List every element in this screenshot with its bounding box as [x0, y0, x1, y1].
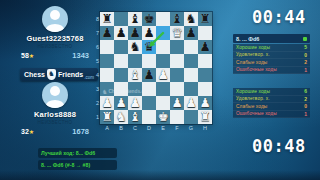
- rank-label: 3: [92, 82, 99, 96]
- player-subtitle-bottom: НЕИЗВЕСТНО: [16, 120, 94, 125]
- stat-row-good-moves: Хорошие ходы6: [233, 88, 310, 96]
- white-knight-b1: ♞: [114, 110, 128, 124]
- white-pawn-a2: ♟: [100, 96, 114, 110]
- black-knight-c6: ♞: [128, 40, 142, 54]
- rank-label: 6: [92, 40, 99, 54]
- square-b6[interactable]: [114, 40, 128, 54]
- file-label: G: [184, 125, 198, 131]
- stat-row-weak-moves: Слабые ходы2: [233, 59, 310, 67]
- square-d2[interactable]: [142, 96, 156, 110]
- stat-row-ok-moves: Удовлетвор. х.2: [233, 96, 310, 104]
- black-queen-d6: ♛: [142, 40, 156, 54]
- square-c3[interactable]: [128, 82, 142, 96]
- black-rook-a8: ♜: [100, 12, 114, 26]
- square-d6[interactable]: ♛: [142, 40, 156, 54]
- square-b5[interactable]: [114, 54, 128, 68]
- square-f8[interactable]: ♝: [170, 12, 184, 26]
- square-g1[interactable]: [184, 110, 198, 124]
- file-label: A: [100, 125, 114, 131]
- square-h5[interactable]: [198, 54, 212, 68]
- square-h8[interactable]: ♜: [198, 12, 212, 26]
- white-king-e1: ♚: [156, 110, 170, 124]
- square-h4[interactable]: [198, 68, 212, 82]
- black-knight-g8: ♞: [184, 12, 198, 26]
- move-analysis-panel-top: 8. ... Фd6 Хорошие ходы5 Удовлетвор. х.0…: [233, 34, 310, 74]
- white-pawn-c2: ♟: [128, 96, 142, 110]
- square-f6[interactable]: [170, 40, 184, 54]
- logo-text-chess: Chess: [24, 71, 45, 78]
- square-b4[interactable]: [114, 68, 128, 82]
- square-h2[interactable]: ♟: [198, 96, 212, 110]
- stat-row-bad-moves: Ошибочные ходы1: [233, 67, 310, 75]
- player-medals-top: 58★: [21, 52, 34, 59]
- square-e1[interactable]: ♚: [156, 110, 170, 124]
- square-g5[interactable]: [184, 54, 198, 68]
- player-stats-bottom: 32★ 1678: [16, 127, 94, 136]
- square-c7[interactable]: ♟: [128, 26, 142, 40]
- square-d4[interactable]: ♟: [142, 68, 156, 82]
- clock-bottom: 00:48: [252, 136, 314, 156]
- square-b2[interactable]: ♟: [114, 96, 128, 110]
- file-label: F: [170, 125, 184, 131]
- player-card-bottom[interactable]: Karlos8888 НЕИЗВЕСТНО 32★ 1678: [16, 82, 94, 136]
- clock-top: 00:44: [252, 7, 314, 27]
- square-a3[interactable]: [100, 82, 114, 96]
- square-g6[interactable]: [184, 40, 198, 54]
- last-move-header: 8. ... Фd6: [233, 34, 310, 43]
- white-queen-f7: ♛: [170, 26, 184, 40]
- avatar-icon: [42, 6, 68, 32]
- square-a5[interactable]: [100, 54, 114, 68]
- square-e6[interactable]: [156, 40, 170, 54]
- square-c1[interactable]: ♝: [128, 110, 142, 124]
- white-bishop-c1: ♝: [128, 110, 142, 124]
- square-a2[interactable]: ♟: [100, 96, 114, 110]
- stat-row-weak-moves: Слабые ходы0: [233, 103, 310, 111]
- player-rating-bottom: 1678: [72, 127, 89, 136]
- black-pawn-d7: ♟: [142, 26, 156, 40]
- stat-row-ok-moves: Удовлетвор. х.0: [233, 52, 310, 60]
- player-card-top[interactable]: Guest32235768 НЕИЗВЕСТНО 58★ 1343: [16, 6, 94, 60]
- player-subtitle-top: НЕИЗВЕСТНО: [16, 44, 94, 49]
- square-f7[interactable]: ♛: [170, 26, 184, 40]
- square-h6[interactable]: ♟: [198, 40, 212, 54]
- square-d3[interactable]: [142, 82, 156, 96]
- white-bishop-c4: ♝: [128, 68, 142, 82]
- square-e3[interactable]: [156, 82, 170, 96]
- black-pawn-g7: ♟: [184, 26, 198, 40]
- white-pawn-h2: ♟: [198, 96, 212, 110]
- white-rook-h1: ♜: [198, 110, 212, 124]
- square-d8[interactable]: ♚: [142, 12, 156, 26]
- game-screen: Guest32235768 НЕИЗВЕСТНО 58★ 1343 Chess …: [0, 0, 320, 180]
- rank-label: 8: [92, 12, 99, 26]
- square-b3[interactable]: [114, 82, 128, 96]
- file-label: C: [128, 125, 142, 131]
- square-d5[interactable]: [142, 54, 156, 68]
- square-a6[interactable]: [100, 40, 114, 54]
- white-pawn-g2: ♟: [184, 96, 198, 110]
- rank-label: 7: [92, 26, 99, 40]
- square-d1[interactable]: [142, 110, 156, 124]
- file-label: H: [198, 125, 212, 131]
- black-king-d8: ♚: [142, 12, 156, 26]
- rank-labels: 87654321: [92, 12, 99, 124]
- file-labels: ABCDEFGH: [100, 125, 212, 131]
- square-b1[interactable]: ♞: [114, 110, 128, 124]
- rank-label: 4: [92, 68, 99, 82]
- square-f1[interactable]: [170, 110, 184, 124]
- star-icon: ★: [29, 128, 34, 135]
- white-pawn-e4: ♟: [156, 68, 170, 82]
- logo-text-friends: Friends: [58, 71, 83, 78]
- square-a7[interactable]: ♟: [100, 26, 114, 40]
- player-medals-bottom: 32★: [21, 128, 34, 135]
- square-h7[interactable]: [198, 26, 212, 40]
- square-a1[interactable]: ♜: [100, 110, 114, 124]
- stat-row-bad-moves: Ошибочные ходы1: [233, 111, 310, 119]
- player-name-bottom: Karlos8888: [16, 110, 94, 119]
- chess-board: ♜♝♚♝♞♜♟♟♟♟♛♟♞♛♟♝♟♟♟♟♟♟♟♟♜♞♝♚♜: [100, 12, 212, 124]
- square-c4[interactable]: ♝: [128, 68, 142, 82]
- square-e5[interactable]: [156, 54, 170, 68]
- square-e2[interactable]: [156, 96, 170, 110]
- square-f4[interactable]: [170, 68, 184, 82]
- square-c2[interactable]: ♟: [128, 96, 142, 110]
- avatar-icon: [42, 82, 68, 108]
- square-e4[interactable]: ♟: [156, 68, 170, 82]
- white-pawn-b2: ♟: [114, 96, 128, 110]
- board-area: 87654321 ♜♝♚♝♞♜♟♟♟♟♛♟♞♛♟♝♟♟♟♟♟♟♟♟♜♞♝♚♜ ♞…: [100, 12, 212, 124]
- square-c8[interactable]: ♝: [128, 12, 142, 26]
- square-g8[interactable]: ♞: [184, 12, 198, 26]
- star-icon: ★: [29, 52, 34, 59]
- square-g4[interactable]: [184, 68, 198, 82]
- square-c6[interactable]: ♞: [128, 40, 142, 54]
- stat-row-good-moves: Хорошие ходы5: [233, 44, 310, 52]
- square-c5[interactable]: [128, 54, 142, 68]
- square-h1[interactable]: ♜: [198, 110, 212, 124]
- black-pawn-h6: ♟: [198, 40, 212, 54]
- player-name-top: Guest32235768: [16, 34, 94, 43]
- square-a4[interactable]: [100, 68, 114, 82]
- black-rook-h8: ♜: [198, 12, 212, 26]
- white-rook-a1: ♜: [100, 110, 114, 124]
- square-b7[interactable]: ♟: [114, 26, 128, 40]
- white-pawn-f2: ♟: [170, 96, 184, 110]
- file-label: E: [156, 125, 170, 131]
- played-move-note: 8. ... Фd6 (#-8 → #8): [38, 160, 117, 170]
- square-e8[interactable]: [156, 12, 170, 26]
- square-f3[interactable]: [170, 82, 184, 96]
- shield-knight-icon: ♞: [47, 69, 56, 80]
- best-move-note: Лучший ход: 8... Фd6: [38, 148, 117, 158]
- square-g2[interactable]: ♟: [184, 96, 198, 110]
- black-pawn-c7: ♟: [128, 26, 142, 40]
- square-f2[interactable]: ♟: [170, 96, 184, 110]
- square-h3[interactable]: [198, 82, 212, 96]
- rank-label: 5: [92, 54, 99, 68]
- black-pawn-d4: ♟: [142, 68, 156, 82]
- black-pawn-b7: ♟: [114, 26, 128, 40]
- file-label: D: [142, 125, 156, 131]
- rank-label: 2: [92, 96, 99, 110]
- square-d7[interactable]: ♟: [142, 26, 156, 40]
- square-a8[interactable]: ♜: [100, 12, 114, 26]
- file-label: B: [114, 125, 128, 131]
- move-quality-dot: [303, 37, 307, 41]
- player-rating-top: 1343: [72, 51, 89, 60]
- square-b8[interactable]: [114, 12, 128, 26]
- black-bishop-c8: ♝: [128, 12, 142, 26]
- rank-label: 1: [92, 110, 99, 124]
- square-f5[interactable]: [170, 54, 184, 68]
- move-analysis-panel-bottom: Хорошие ходы6 Удовлетвор. х.2 Слабые ход…: [233, 88, 310, 118]
- square-g3[interactable]: [184, 82, 198, 96]
- player-stats-top: 58★ 1343: [16, 51, 94, 60]
- square-g7[interactable]: ♟: [184, 26, 198, 40]
- black-pawn-a7: ♟: [100, 26, 114, 40]
- square-e7[interactable]: [156, 26, 170, 40]
- black-bishop-f8: ♝: [170, 12, 184, 26]
- chessfriends-logo: Chess ♞ Friends .com: [20, 68, 98, 81]
